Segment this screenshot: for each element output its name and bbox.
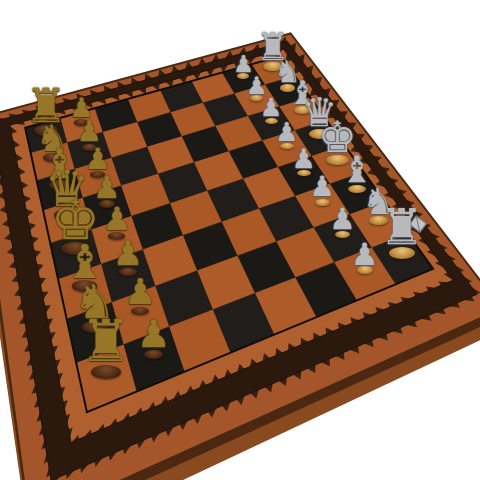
piece-white-pawn-h2[interactable]: ♟ [135, 317, 173, 359]
piece-glyph: ♜ [77, 314, 135, 369]
piece-white-rook-h1[interactable]: ♜ [77, 314, 135, 378]
chess-set-photo: ♜♞♝♛♚♝♞♜♟♟♟♟♟♟♟♟♟♟♟♟♟♟♟♟♜♞♝♛♚♝♞♜ [0, 0, 480, 480]
piece-glyph: ♟ [308, 174, 336, 201]
piece-glyph: ♟ [328, 205, 357, 233]
piece-glyph: ♜ [377, 204, 426, 251]
piece-glyph: ♟ [274, 120, 300, 145]
piece-white-pawn-f2[interactable]: ♟ [111, 238, 145, 276]
piece-glyph: ♟ [135, 317, 173, 353]
piece-black-pawn-h7[interactable]: ♟ [349, 240, 380, 274]
piece-black-rook-h8[interactable]: ♜ [377, 204, 426, 259]
piece-glyph: ♟ [111, 238, 145, 270]
piece-black-pawn-g7[interactable]: ♟ [328, 205, 357, 238]
piece-glyph: ♟ [101, 204, 133, 235]
piece-black-pawn-f7[interactable]: ♟ [308, 174, 336, 205]
piece-glyph: ♟ [349, 240, 380, 269]
piece-glyph: ♟ [290, 146, 317, 172]
piece-glyph: ♟ [122, 275, 158, 309]
